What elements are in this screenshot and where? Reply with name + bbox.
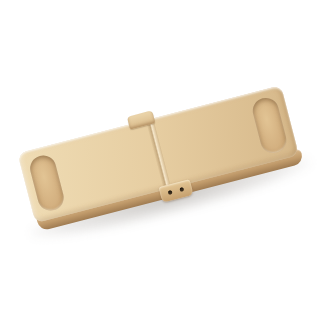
photo-background (0, 0, 320, 320)
mancala-board (18, 85, 303, 236)
fold-seam (146, 122, 170, 186)
clasp-pin-icon (168, 190, 173, 195)
clasp-pin-icon (180, 187, 185, 192)
